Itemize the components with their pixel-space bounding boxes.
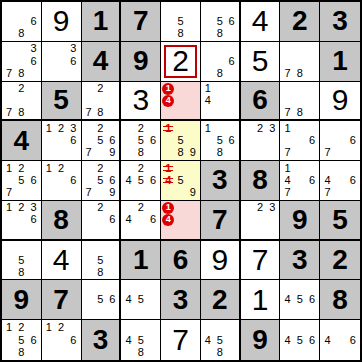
candidate-slot-empty (294, 94, 306, 106)
candidate-slot-empty (346, 187, 359, 199)
candidate-slot-empty (202, 43, 214, 55)
cell-r5c3[interactable]: 25679 (82, 161, 122, 201)
cell-r6c7[interactable]: 23 (241, 201, 281, 241)
cell-r9c1[interactable]: 12568 (2, 320, 42, 360)
candidate-slot-empty (28, 94, 40, 106)
cell-r5c1[interactable]: 12567 (2, 161, 42, 201)
cell-r9c2[interactable]: 126 (42, 320, 82, 360)
candidate-slot-empty (187, 15, 199, 27)
candidate-slot-empty (226, 67, 238, 79)
cell-r7c4[interactable]: 1 (121, 241, 161, 281)
cell-r1c7[interactable]: 4 (241, 2, 281, 42)
candidate-slot-empty (306, 94, 318, 106)
candidate-slot-empty (346, 321, 359, 334)
cell-r4c4[interactable]: 2568 (121, 121, 161, 161)
candidate-slot-empty (187, 107, 199, 119)
candidate-slot-empty (162, 147, 174, 159)
candidate: 6 (28, 214, 40, 226)
cell-r2c6[interactable]: 68 (201, 42, 241, 82)
candidate: 2 (135, 122, 147, 134)
candidate-slot-empty (28, 254, 40, 266)
candidate-slot-empty (28, 3, 40, 15)
candidate: 8 (15, 346, 27, 359)
candidate: 6 (28, 334, 40, 347)
candidate-slot-empty (15, 55, 27, 67)
candidate-slot-empty (122, 147, 134, 159)
candidate-slot-empty (94, 226, 106, 238)
cell-r9c5[interactable]: 7 (161, 320, 201, 360)
given-digit: 9 (14, 286, 30, 314)
cell-r3c2[interactable]: 5 (42, 82, 82, 122)
candidate: 5 (174, 15, 186, 27)
candidate-slot-empty (122, 162, 134, 174)
candidate-slot-empty (334, 321, 347, 334)
cell-r7c6[interactable]: 9 (201, 241, 241, 281)
candidate-eliminated: 1 (162, 162, 174, 174)
cell-r7c1[interactable]: 58 (2, 241, 42, 281)
cell-r8c7[interactable]: 1 (241, 280, 281, 320)
pencil-marks: 167 (281, 122, 318, 159)
candidate: 3 (266, 202, 278, 214)
solved-digit: 9 (332, 85, 349, 115)
pencil-marks: 14 (202, 83, 238, 119)
solved-digit: 9 (53, 6, 70, 36)
candidate-slot-empty (266, 147, 278, 159)
given-digit: 2 (212, 286, 228, 314)
cell-r2c9[interactable]: 1 (320, 42, 360, 82)
candidate-slot-empty (226, 94, 238, 106)
cell-r8c5[interactable]: 3 (161, 280, 201, 320)
candidate: 3 (67, 43, 79, 55)
candidate-slot-empty (306, 187, 318, 199)
cell-r6c1[interactable]: 1236 (2, 201, 42, 241)
candidate: 2 (254, 122, 266, 134)
candidate-slot-empty (162, 135, 174, 147)
cell-r3c1[interactable]: 278 (2, 82, 42, 122)
candidate: 2 (15, 162, 27, 174)
cell-r8c2[interactable]: 7 (42, 280, 82, 320)
candidate: 4 (122, 294, 134, 306)
candidate-slot-empty (3, 94, 15, 106)
solved-digit: 9 (211, 245, 228, 275)
cell-r1c5[interactable]: 58 (161, 2, 201, 42)
candidate-slot-empty (15, 43, 27, 55)
candidate: 7 (321, 187, 334, 199)
candidate-slot-empty (294, 135, 306, 147)
candidate-slot-empty (55, 346, 67, 359)
candidate-slot-empty (28, 266, 40, 278)
candidate: 4 (281, 294, 293, 306)
candidate-slot-empty (147, 306, 159, 318)
pencil-marks: 456 (281, 321, 318, 359)
candidate-slot-empty (55, 174, 67, 186)
cell-r2c5[interactable]: 2 (161, 42, 201, 82)
pencil-marks: 58 (3, 242, 40, 279)
candidate-slot-empty (294, 306, 306, 318)
candidate-slot-empty (281, 135, 293, 147)
candidate-slot-empty (294, 55, 306, 67)
candidate: 9 (106, 187, 118, 199)
candidate: 3 (28, 43, 40, 55)
candidate-slot-empty (3, 28, 15, 40)
cell-r7c3[interactable]: 58 (82, 241, 122, 281)
pencil-marks: 458 (202, 321, 238, 359)
candidate-slot-empty (281, 43, 293, 55)
candidate-slot-empty (202, 147, 214, 159)
candidate-slot-empty (162, 3, 174, 15)
pencil-marks: 568 (202, 3, 238, 40)
candidate-slot-empty (294, 83, 306, 95)
cell-r8c1[interactable]: 9 (2, 280, 42, 320)
candidate-slot-empty (294, 122, 306, 134)
cell-r7c5[interactable]: 6 (161, 241, 201, 281)
candidate-slot-empty (135, 321, 147, 334)
candidate: 3 (28, 202, 40, 214)
candidate-slot-empty (147, 321, 159, 334)
candidate: 6 (106, 294, 118, 306)
candidate: 7 (3, 187, 15, 199)
cell-r1c6[interactable]: 568 (201, 2, 241, 42)
cell-r7c8[interactable]: 3 (280, 241, 320, 281)
candidate-slot-empty (3, 266, 15, 278)
cell-r6c2[interactable]: 8 (42, 201, 82, 241)
candidate: 4 (122, 174, 134, 186)
candidate-slot-empty (346, 162, 359, 174)
candidate-slot-empty (226, 83, 238, 95)
cell-r6c3[interactable]: 26 (82, 201, 122, 241)
candidate: 5 (94, 174, 106, 186)
candidate-slot-empty (15, 226, 27, 238)
pencil-marks: 2456 (122, 162, 159, 199)
given-digit: 7 (53, 286, 69, 314)
candidate-slot-empty (28, 28, 40, 40)
pencil-marks: 23 (242, 122, 279, 159)
given-digit: 2 (332, 246, 348, 274)
pencil-marks: 26 (83, 202, 119, 238)
solved-digit: 7 (252, 245, 269, 275)
candidate-slot-empty (242, 122, 254, 134)
candidate-slot-empty (281, 346, 293, 359)
cell-r7c7[interactable]: 7 (241, 241, 281, 281)
cell-r5c7[interactable]: 8 (241, 161, 281, 201)
candidate-slot-empty (306, 162, 318, 174)
cell-r3c4[interactable]: 3 (121, 82, 161, 122)
candidate: 8 (294, 106, 306, 118)
candidate-slot-empty (55, 147, 67, 159)
candidate-slot-empty (321, 135, 334, 147)
cell-r3c9[interactable]: 9 (320, 82, 360, 122)
solved-digit: 4 (252, 6, 269, 36)
pencil-marks: 78 (281, 43, 318, 80)
candidate: 4 (122, 334, 134, 347)
cell-r5c6[interactable]: 3 (201, 161, 241, 201)
candidate-slot-empty (122, 321, 134, 334)
candidate-slot-empty (202, 321, 214, 334)
candidate-slot-empty (3, 174, 15, 186)
candidate-slot-empty (226, 3, 238, 15)
candidate: 1 (202, 83, 214, 95)
pencil-marks: 46 (321, 321, 359, 359)
cell-r8c6[interactable]: 2 (201, 280, 241, 320)
candidate-slot-empty (306, 281, 318, 293)
candidate-slot-empty (67, 321, 79, 334)
cell-r8c9[interactable]: 8 (320, 280, 360, 320)
candidate-slot-empty (174, 202, 186, 214)
given-digit: 7 (133, 7, 149, 35)
cell-r8c3[interactable]: 56 (82, 280, 122, 320)
cell-r6c9[interactable]: 5 (320, 201, 360, 241)
candidate-slot-empty (294, 162, 306, 174)
pencil-marks: 78 (281, 83, 318, 119)
candidate-slot-empty (174, 3, 186, 15)
candidate-slot-empty (94, 281, 106, 293)
candidate-slot-empty (122, 306, 134, 318)
cell-r9c6[interactable]: 458 (201, 320, 241, 360)
candidate-slot-empty (162, 15, 174, 27)
candidate-slot-empty (281, 321, 293, 334)
given-digit: 8 (332, 286, 348, 314)
candidate: 2 (15, 321, 27, 334)
candidate-slot-empty (83, 294, 95, 306)
candidate-slot-empty (242, 226, 254, 238)
candidate-slot-empty (3, 214, 15, 226)
candidate-slot-empty (226, 106, 238, 118)
candidate-slot-empty (187, 162, 199, 174)
candidate-circled: 1 (162, 83, 174, 95)
candidate: 5 (135, 135, 147, 147)
candidate: 2 (135, 162, 147, 174)
cell-r9c9[interactable]: 46 (320, 320, 360, 360)
candidate-slot-empty (202, 55, 214, 67)
given-digit: 2 (292, 7, 308, 35)
cell-r3c7[interactable]: 6 (241, 82, 281, 122)
candidate: 4 (281, 334, 293, 347)
pencil-marks: 278 (3, 83, 40, 119)
candidate-slot-empty (147, 122, 159, 134)
candidate-slot-empty (346, 122, 359, 134)
candidate-slot-empty (147, 162, 159, 174)
candidate-slot-empty (3, 43, 15, 55)
cell-r8c8[interactable]: 456 (280, 280, 320, 320)
candidate: 5 (294, 294, 306, 306)
cell-r5c4[interactable]: 2456 (121, 161, 161, 201)
candidate-slot-empty (43, 135, 55, 147)
given-digit: 3 (173, 286, 189, 314)
cell-r4c6[interactable]: 1568 (201, 121, 241, 161)
cell-r1c9[interactable]: 3 (320, 2, 360, 42)
cell-r6c6[interactable]: 7 (201, 201, 241, 241)
candidate: 3 (67, 122, 79, 134)
candidate-slot-empty (147, 226, 159, 238)
candidate-circled: 4 (162, 214, 174, 226)
cell-r9c3[interactable]: 3 (82, 320, 122, 360)
candidate-slot-empty (162, 226, 174, 238)
candidate-circled: 1 (162, 202, 174, 214)
candidate: 6 (67, 55, 79, 67)
candidate-slot-empty (3, 55, 15, 67)
candidate: 6 (147, 174, 159, 186)
cell-r5c8[interactable]: 1467 (280, 161, 320, 201)
cell-r7c2[interactable]: 4 (42, 241, 82, 281)
candidate: 5 (214, 135, 226, 147)
candidate: 6 (226, 135, 238, 147)
candidate-slot-empty (321, 122, 334, 134)
candidate-slot-empty (306, 122, 318, 134)
candidate-slot-empty (254, 214, 266, 226)
cell-r8c4[interactable]: 45 (121, 280, 161, 320)
given-digit: 7 (212, 206, 228, 234)
candidate-slot-empty (242, 147, 254, 159)
candidate: 7 (281, 67, 293, 79)
pencil-marks: 1236 (43, 122, 80, 159)
candidate-slot-empty (214, 122, 226, 134)
candidate-slot-empty (306, 306, 318, 318)
candidate-slot-empty (321, 346, 334, 359)
candidate-slot-empty (106, 83, 118, 95)
candidate-slot-empty (294, 346, 306, 359)
candidate: 1 (3, 162, 15, 174)
candidate-slot-empty (202, 28, 214, 40)
candidate-slot-empty (94, 94, 106, 106)
cell-r9c4[interactable]: 458 (121, 320, 161, 360)
cell-r2c3[interactable]: 4 (82, 42, 122, 82)
candidate-slot-empty (94, 214, 106, 226)
candidate: 8 (15, 106, 27, 118)
cell-r2c8[interactable]: 78 (280, 42, 320, 82)
cell-r4c8[interactable]: 167 (280, 121, 320, 161)
candidate-slot-empty (202, 135, 214, 147)
candidate-slot-empty (334, 187, 347, 199)
given-digit: 8 (252, 166, 268, 194)
given-digit: 8 (53, 206, 69, 234)
cell-r4c3[interactable]: 25679 (82, 121, 122, 161)
candidate: 4 (202, 94, 214, 106)
candidate: 6 (346, 135, 359, 147)
candidate-slot-empty (106, 122, 118, 134)
cell-r1c1[interactable]: 68 (2, 2, 42, 42)
cell-r6c8[interactable]: 9 (280, 201, 320, 241)
candidate-slot-empty (83, 226, 95, 238)
candidate-eliminated: 1 (162, 122, 174, 134)
candidate: 1 (43, 122, 55, 134)
pencil-marks: 126 (43, 162, 80, 199)
pencil-marks: 14 (162, 202, 199, 238)
cell-r6c5[interactable]: 14 (161, 201, 201, 241)
cell-r4c2[interactable]: 1236 (42, 121, 82, 161)
candidate-slot-empty (83, 306, 95, 318)
cell-r1c8[interactable]: 2 (280, 2, 320, 42)
candidate: 6 (67, 135, 79, 147)
candidate-slot-empty (187, 174, 199, 186)
pencil-marks: 458 (122, 321, 159, 359)
candidate-slot-empty (135, 187, 147, 199)
candidate: 4 (202, 334, 214, 347)
cell-r1c2[interactable]: 9 (42, 2, 82, 42)
cell-r2c1[interactable]: 3678 (2, 42, 42, 82)
candidate-slot-empty (106, 266, 118, 278)
candidate: 6 (346, 174, 359, 186)
candidate: 7 (281, 106, 293, 118)
cell-r5c5[interactable]: 1459 (161, 161, 201, 201)
candidate: 2 (55, 162, 67, 174)
cell-r3c5[interactable]: 14 (161, 82, 201, 122)
candidate-slot-empty (94, 187, 106, 199)
candidate-slot-empty (15, 15, 27, 27)
candidate: 6 (306, 334, 318, 347)
cell-r7c9[interactable]: 2 (320, 241, 360, 281)
candidate-slot-empty (122, 135, 134, 147)
candidate-slot-empty (43, 67, 55, 79)
cell-r4c5[interactable]: 1589 (161, 121, 201, 161)
candidate-slot-empty (28, 226, 40, 238)
cell-r1c4[interactable]: 7 (121, 2, 161, 42)
cell-r4c9[interactable]: 67 (320, 121, 360, 161)
candidate: 4 (122, 214, 134, 226)
candidate-slot-empty (15, 94, 27, 106)
given-digit: 5 (53, 86, 69, 114)
cell-r6c4[interactable]: 246 (121, 201, 161, 241)
candidate: 8 (15, 67, 27, 79)
candidate-slot-empty (226, 43, 238, 55)
cell-r4c7[interactable]: 23 (241, 121, 281, 161)
cell-r5c9[interactable]: 467 (320, 161, 360, 201)
candidate: 6 (226, 55, 238, 67)
cell-r2c7[interactable]: 5 (241, 42, 281, 82)
cell-r1c3[interactable]: 1 (82, 2, 122, 42)
candidate-slot-empty (147, 281, 159, 293)
candidate-slot-empty (187, 95, 199, 107)
candidate-slot-empty (43, 187, 55, 199)
pencil-marks: 45 (122, 281, 159, 318)
cell-r2c2[interactable]: 36 (42, 42, 82, 82)
cell-r9c7[interactable]: 9 (241, 320, 281, 360)
given-digit: 4 (14, 127, 30, 155)
solved-digit: 2 (172, 46, 189, 76)
pencil-marks: 456 (281, 281, 318, 318)
cell-r3c3[interactable]: 278 (82, 82, 122, 122)
candidate-slot-empty (346, 147, 359, 159)
cell-r9c8[interactable]: 456 (280, 320, 320, 360)
candidate-slot-empty (174, 95, 186, 107)
candidate-slot-empty (266, 214, 278, 226)
candidate-slot-empty (174, 162, 186, 174)
candidate: 8 (214, 147, 226, 159)
candidate: 5 (174, 174, 186, 186)
candidate-slot-empty (226, 334, 238, 347)
solved-digit: 5 (252, 46, 269, 76)
cell-r2c4[interactable]: 9 (121, 42, 161, 82)
candidate-slot-empty (67, 187, 79, 199)
candidate-slot-empty (28, 346, 40, 359)
candidate-slot-empty (135, 226, 147, 238)
candidate: 1 (43, 162, 55, 174)
candidate-slot-empty (83, 122, 95, 134)
candidate-slot-empty (135, 214, 147, 226)
candidate-slot-empty (15, 242, 27, 254)
cell-r3c6[interactable]: 14 (201, 82, 241, 122)
candidate-slot-empty (334, 147, 347, 159)
candidate-slot-empty (122, 281, 134, 293)
cell-r5c2[interactable]: 126 (42, 161, 82, 201)
cell-r4c1[interactable]: 4 (2, 121, 42, 161)
candidate-slot-empty (67, 147, 79, 159)
pencil-marks: 25679 (83, 162, 119, 199)
cell-r3c8[interactable]: 78 (280, 82, 320, 122)
candidate-slot-empty (15, 214, 27, 226)
candidate-slot-empty (3, 15, 15, 27)
candidate: 6 (147, 214, 159, 226)
candidate-slot-empty (242, 202, 254, 214)
